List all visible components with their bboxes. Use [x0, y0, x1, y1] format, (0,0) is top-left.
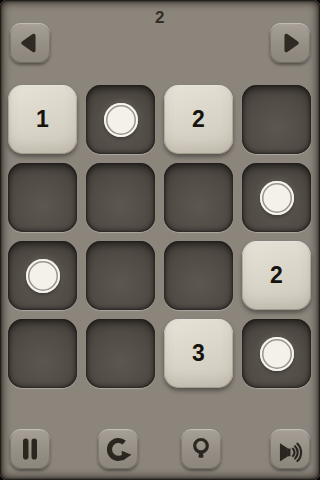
- grid-cell-r4c3[interactable]: 3: [164, 319, 233, 388]
- level-number: 2: [0, 8, 320, 28]
- grid-cell-r1c3[interactable]: 2: [164, 85, 233, 154]
- dot-token: [26, 259, 60, 293]
- grid-cell-r1c2[interactable]: [86, 85, 155, 154]
- grid-cell-r2c2[interactable]: [86, 163, 155, 232]
- dot-token: [260, 337, 294, 371]
- left-arrow-icon: [18, 31, 42, 55]
- restart-icon: [105, 436, 132, 463]
- right-arrow-icon: [278, 31, 302, 55]
- grid-cell-r1c4[interactable]: [242, 85, 311, 154]
- grid-cell-r1c1[interactable]: 1: [8, 85, 77, 154]
- dot-token: [104, 103, 138, 137]
- prev-level-button[interactable]: [10, 23, 50, 63]
- grid-cell-r4c2[interactable]: [86, 319, 155, 388]
- grid-cell-r3c2[interactable]: [86, 241, 155, 310]
- next-level-button[interactable]: [270, 23, 310, 63]
- sound-on-icon: [277, 437, 304, 462]
- grid-cell-r3c3[interactable]: [164, 241, 233, 310]
- grid-cell-r2c4[interactable]: [242, 163, 311, 232]
- restart-button[interactable]: [98, 429, 138, 469]
- grid-cell-r2c3[interactable]: [164, 163, 233, 232]
- pause-button[interactable]: [10, 429, 50, 469]
- hint-button[interactable]: [181, 429, 221, 469]
- grid-cell-r2c1[interactable]: [8, 163, 77, 232]
- dot-token: [260, 181, 294, 215]
- grid-cell-r4c1[interactable]: [8, 319, 77, 388]
- hint-lightbulb-icon: [188, 436, 214, 462]
- grid-cell-r3c1[interactable]: [8, 241, 77, 310]
- grid-cell-r4c4[interactable]: [242, 319, 311, 388]
- sound-button[interactable]: [270, 429, 310, 469]
- pause-icon: [17, 436, 43, 462]
- puzzle-grid: 1 2 2 3: [8, 85, 311, 388]
- grid-cell-r3c4[interactable]: 2: [242, 241, 311, 310]
- game-screen: 2 1 2 2 3: [0, 0, 320, 480]
